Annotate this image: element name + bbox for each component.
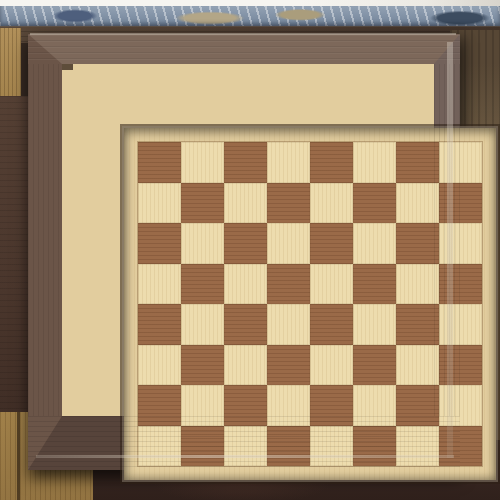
oak-strip-left	[0, 28, 21, 100]
blue-fabric-band	[0, 6, 500, 28]
square-h3[interactable]	[439, 345, 482, 386]
square-b1[interactable]	[181, 426, 224, 467]
square-h2[interactable]	[439, 385, 482, 426]
square-e8[interactable]	[310, 142, 353, 183]
square-h5[interactable]	[439, 264, 482, 305]
square-g2[interactable]	[396, 385, 439, 426]
chessboard-frame	[28, 34, 460, 470]
square-h7[interactable]	[439, 183, 482, 224]
square-g3[interactable]	[396, 345, 439, 386]
square-a5[interactable]	[138, 264, 181, 305]
square-g6[interactable]	[396, 223, 439, 264]
square-f7[interactable]	[353, 183, 396, 224]
square-h4[interactable]	[439, 304, 482, 345]
square-c1[interactable]	[224, 426, 267, 467]
square-f3[interactable]	[353, 345, 396, 386]
square-d2[interactable]	[267, 385, 310, 426]
square-g7[interactable]	[396, 183, 439, 224]
square-g1[interactable]	[396, 426, 439, 467]
square-d8[interactable]	[267, 142, 310, 183]
square-d3[interactable]	[267, 345, 310, 386]
square-f5[interactable]	[353, 264, 396, 305]
square-e6[interactable]	[310, 223, 353, 264]
square-a4[interactable]	[138, 304, 181, 345]
square-c3[interactable]	[224, 345, 267, 386]
square-f8[interactable]	[353, 142, 396, 183]
square-b4[interactable]	[181, 304, 224, 345]
square-a6[interactable]	[138, 223, 181, 264]
square-c4[interactable]	[224, 304, 267, 345]
square-a3[interactable]	[138, 345, 181, 386]
square-f4[interactable]	[353, 304, 396, 345]
square-d6[interactable]	[267, 223, 310, 264]
square-g5[interactable]	[396, 264, 439, 305]
square-d1[interactable]	[267, 426, 310, 467]
square-c5[interactable]	[224, 264, 267, 305]
square-b7[interactable]	[181, 183, 224, 224]
square-b3[interactable]	[181, 345, 224, 386]
square-h8[interactable]	[439, 142, 482, 183]
square-b8[interactable]	[181, 142, 224, 183]
square-g4[interactable]	[396, 304, 439, 345]
square-f6[interactable]	[353, 223, 396, 264]
square-a7[interactable]	[138, 183, 181, 224]
scene	[0, 0, 500, 500]
square-h1[interactable]	[439, 426, 482, 467]
chessboard	[124, 128, 496, 480]
square-f2[interactable]	[353, 385, 396, 426]
square-b6[interactable]	[181, 223, 224, 264]
square-c8[interactable]	[224, 142, 267, 183]
square-e1[interactable]	[310, 426, 353, 467]
square-f1[interactable]	[353, 426, 396, 467]
chessboard-grid	[138, 142, 482, 466]
square-c2[interactable]	[224, 385, 267, 426]
square-c6[interactable]	[224, 223, 267, 264]
square-a1[interactable]	[138, 426, 181, 467]
square-g8[interactable]	[396, 142, 439, 183]
square-e4[interactable]	[310, 304, 353, 345]
square-d4[interactable]	[267, 304, 310, 345]
square-d5[interactable]	[267, 264, 310, 305]
square-e3[interactable]	[310, 345, 353, 386]
square-b2[interactable]	[181, 385, 224, 426]
square-c7[interactable]	[224, 183, 267, 224]
square-b5[interactable]	[181, 264, 224, 305]
square-a8[interactable]	[138, 142, 181, 183]
square-d7[interactable]	[267, 183, 310, 224]
square-h6[interactable]	[439, 223, 482, 264]
square-e5[interactable]	[310, 264, 353, 305]
square-e7[interactable]	[310, 183, 353, 224]
square-e2[interactable]	[310, 385, 353, 426]
square-a2[interactable]	[138, 385, 181, 426]
